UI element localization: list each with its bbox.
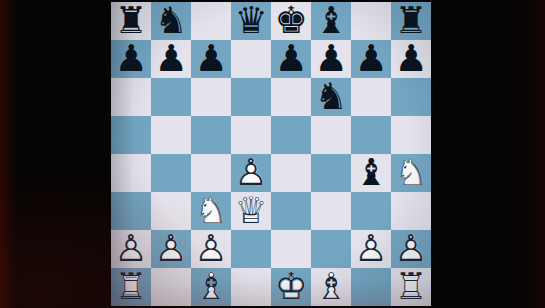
black-pawn: ♟ [191,40,231,78]
white-bishop: ♝♗ [191,268,231,306]
white-piece-outline-layer: ♖ [391,268,431,306]
white-pawn: ♟♙ [231,154,271,192]
square-h8[interactable]: ♜ [391,2,431,40]
white-pawn: ♟♙ [191,230,231,268]
black-rook: ♜ [391,2,431,40]
video-frame: ♜♞♛♚♝♜♟♟♟♟♟♟♟♞♟♙♝♞♘♞♘♛♕♟♙♟♙♟♙♟♙♟♙♜♖♝♗♚♔♝… [0,0,545,308]
square-d2[interactable] [231,230,271,268]
white-piece-outline-layer: ♘ [391,154,431,192]
square-g5[interactable] [351,116,391,154]
square-a1[interactable]: ♜♖ [111,268,151,306]
square-e1[interactable]: ♚♔ [271,268,311,306]
square-b3[interactable] [151,192,191,230]
square-d7[interactable] [231,40,271,78]
square-b6[interactable] [151,78,191,116]
square-h5[interactable] [391,116,431,154]
white-piece-outline-layer: ♗ [191,268,231,306]
square-g8[interactable] [351,2,391,40]
square-c2[interactable]: ♟♙ [191,230,231,268]
black-rook: ♜ [111,2,151,40]
square-f8[interactable]: ♝ [311,2,351,40]
square-c1[interactable]: ♝♗ [191,268,231,306]
square-c5[interactable] [191,116,231,154]
square-d3[interactable]: ♛♕ [231,192,271,230]
square-d6[interactable] [231,78,271,116]
white-piece-outline-layer: ♗ [311,268,351,306]
square-a6[interactable] [111,78,151,116]
square-a5[interactable] [111,116,151,154]
square-e3[interactable] [271,192,311,230]
square-c4[interactable] [191,154,231,192]
white-piece-outline-layer: ♙ [391,230,431,268]
white-piece-outline-layer: ♙ [231,154,271,192]
square-b8[interactable]: ♞ [151,2,191,40]
white-knight: ♞♘ [391,154,431,192]
square-h3[interactable] [391,192,431,230]
square-e2[interactable] [271,230,311,268]
square-e8[interactable]: ♚ [271,2,311,40]
square-e7[interactable]: ♟ [271,40,311,78]
black-pawn: ♟ [151,40,191,78]
black-king: ♚ [271,2,311,40]
square-g4[interactable]: ♝ [351,154,391,192]
square-b1[interactable] [151,268,191,306]
chess-board: ♜♞♛♚♝♜♟♟♟♟♟♟♟♞♟♙♝♞♘♞♘♛♕♟♙♟♙♟♙♟♙♟♙♜♖♝♗♚♔♝… [111,2,431,306]
black-pawn: ♟ [111,40,151,78]
square-a8[interactable]: ♜ [111,2,151,40]
square-g3[interactable] [351,192,391,230]
letterbox-right [431,0,545,308]
black-pawn: ♟ [311,40,351,78]
white-pawn: ♟♙ [151,230,191,268]
square-a4[interactable] [111,154,151,192]
square-d4[interactable]: ♟♙ [231,154,271,192]
square-c7[interactable]: ♟ [191,40,231,78]
white-rook: ♜♖ [391,268,431,306]
square-g2[interactable]: ♟♙ [351,230,391,268]
square-f1[interactable]: ♝♗ [311,268,351,306]
black-bishop: ♝ [351,154,391,192]
square-h6[interactable] [391,78,431,116]
square-h4[interactable]: ♞♘ [391,154,431,192]
black-queen: ♛ [231,2,271,40]
square-f6[interactable]: ♞ [311,78,351,116]
square-c6[interactable] [191,78,231,116]
square-d8[interactable]: ♛ [231,2,271,40]
square-e4[interactable] [271,154,311,192]
white-pawn: ♟♙ [351,230,391,268]
square-d5[interactable] [231,116,271,154]
square-f3[interactable] [311,192,351,230]
black-bishop: ♝ [311,2,351,40]
square-h2[interactable]: ♟♙ [391,230,431,268]
black-knight: ♞ [311,78,351,116]
square-h1[interactable]: ♜♖ [391,268,431,306]
black-knight: ♞ [151,2,191,40]
square-f5[interactable] [311,116,351,154]
square-c3[interactable]: ♞♘ [191,192,231,230]
square-e6[interactable] [271,78,311,116]
white-piece-outline-layer: ♙ [351,230,391,268]
white-king: ♚♔ [271,268,311,306]
square-a2[interactable]: ♟♙ [111,230,151,268]
square-b4[interactable] [151,154,191,192]
white-bishop: ♝♗ [311,268,351,306]
white-piece-outline-layer: ♖ [111,268,151,306]
white-piece-outline-layer: ♕ [231,192,271,230]
square-f4[interactable] [311,154,351,192]
white-piece-outline-layer: ♔ [271,268,311,306]
white-piece-outline-layer: ♙ [191,230,231,268]
white-rook: ♜♖ [111,268,151,306]
square-c8[interactable] [191,2,231,40]
square-b5[interactable] [151,116,191,154]
square-b2[interactable]: ♟♙ [151,230,191,268]
square-f7[interactable]: ♟ [311,40,351,78]
square-h7[interactable]: ♟ [391,40,431,78]
black-pawn: ♟ [391,40,431,78]
square-d1[interactable] [231,268,271,306]
square-g1[interactable] [351,268,391,306]
square-e5[interactable] [271,116,311,154]
white-piece-outline-layer: ♙ [111,230,151,268]
square-g6[interactable] [351,78,391,116]
black-pawn: ♟ [271,40,311,78]
square-b7[interactable]: ♟ [151,40,191,78]
square-a7[interactable]: ♟ [111,40,151,78]
white-queen: ♛♕ [231,192,271,230]
square-a3[interactable] [111,192,151,230]
square-g7[interactable]: ♟ [351,40,391,78]
letterbox-left [0,0,111,308]
square-f2[interactable] [311,230,351,268]
white-pawn: ♟♙ [391,230,431,268]
black-pawn: ♟ [351,40,391,78]
white-piece-outline-layer: ♘ [191,192,231,230]
white-pawn: ♟♙ [111,230,151,268]
white-piece-outline-layer: ♙ [151,230,191,268]
white-knight: ♞♘ [191,192,231,230]
